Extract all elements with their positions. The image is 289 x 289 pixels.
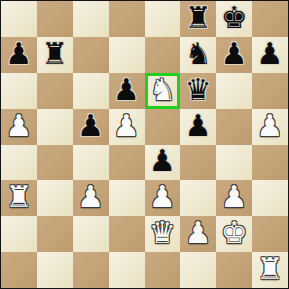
square-a1[interactable] (1, 252, 37, 288)
square-e8[interactable] (145, 1, 181, 37)
square-d4[interactable] (109, 145, 145, 181)
square-f6[interactable]: ♛ (180, 73, 216, 109)
black-knight[interactable]: ♞ (185, 39, 212, 69)
square-e7[interactable] (145, 37, 181, 73)
square-h7[interactable]: ♟ (252, 37, 288, 73)
white-pawn[interactable]: ♟ (77, 182, 104, 212)
square-h1[interactable]: ♜ (252, 252, 288, 288)
square-e5[interactable] (145, 109, 181, 145)
white-queen[interactable]: ♛ (149, 218, 176, 248)
square-h8[interactable] (252, 1, 288, 37)
black-pawn[interactable]: ♟ (185, 111, 212, 141)
square-f4[interactable] (180, 145, 216, 181)
square-f3[interactable] (180, 180, 216, 216)
square-e1[interactable] (145, 252, 181, 288)
black-pawn[interactable]: ♟ (113, 75, 140, 105)
square-g5[interactable] (216, 109, 252, 145)
square-d1[interactable] (109, 252, 145, 288)
black-pawn[interactable]: ♟ (149, 146, 176, 176)
black-pawn[interactable]: ♟ (5, 39, 32, 69)
square-g3[interactable]: ♟ (216, 180, 252, 216)
white-king[interactable]: ♚ (221, 218, 248, 248)
square-c3[interactable]: ♟ (73, 180, 109, 216)
white-rook[interactable]: ♜ (257, 254, 284, 284)
chess-board-frame: ♜♚♟♜♞♟♟♟♞♛♟♟♟♟♟♟♜♟♟♟♛♟♚♜ (0, 0, 289, 289)
square-d7[interactable] (109, 37, 145, 73)
square-d3[interactable] (109, 180, 145, 216)
square-f1[interactable] (180, 252, 216, 288)
square-b8[interactable] (37, 1, 73, 37)
white-rook[interactable]: ♜ (5, 182, 32, 212)
square-b6[interactable] (37, 73, 73, 109)
white-pawn[interactable]: ♟ (185, 218, 212, 248)
square-c1[interactable] (73, 252, 109, 288)
square-g7[interactable]: ♟ (216, 37, 252, 73)
square-d8[interactable] (109, 1, 145, 37)
square-d6[interactable]: ♟ (109, 73, 145, 109)
square-b5[interactable] (37, 109, 73, 145)
white-pawn[interactable]: ♟ (149, 182, 176, 212)
square-h3[interactable] (252, 180, 288, 216)
square-a8[interactable] (1, 1, 37, 37)
white-pawn[interactable]: ♟ (257, 111, 284, 141)
square-g4[interactable] (216, 145, 252, 181)
square-f8[interactable]: ♜ (180, 1, 216, 37)
square-e3[interactable]: ♟ (145, 180, 181, 216)
square-d2[interactable] (109, 216, 145, 252)
square-f2[interactable]: ♟ (180, 216, 216, 252)
black-pawn[interactable]: ♟ (221, 39, 248, 69)
square-e4[interactable]: ♟ (145, 145, 181, 181)
square-g6[interactable] (216, 73, 252, 109)
black-king[interactable]: ♚ (221, 3, 248, 33)
square-b1[interactable] (37, 252, 73, 288)
square-a5[interactable]: ♟ (1, 109, 37, 145)
square-a3[interactable]: ♜ (1, 180, 37, 216)
square-h6[interactable] (252, 73, 288, 109)
square-h5[interactable]: ♟ (252, 109, 288, 145)
square-c2[interactable] (73, 216, 109, 252)
square-c5[interactable]: ♟ (73, 109, 109, 145)
square-h4[interactable] (252, 145, 288, 181)
square-b3[interactable] (37, 180, 73, 216)
square-a6[interactable] (1, 73, 37, 109)
white-pawn[interactable]: ♟ (221, 182, 248, 212)
black-rook[interactable]: ♜ (41, 39, 68, 69)
black-pawn[interactable]: ♟ (77, 111, 104, 141)
square-c7[interactable] (73, 37, 109, 73)
black-pawn[interactable]: ♟ (257, 39, 284, 69)
square-f5[interactable]: ♟ (180, 109, 216, 145)
white-knight[interactable]: ♞ (149, 75, 176, 105)
square-f7[interactable]: ♞ (180, 37, 216, 73)
square-c4[interactable] (73, 145, 109, 181)
square-a7[interactable]: ♟ (1, 37, 37, 73)
square-e6[interactable]: ♞ (145, 73, 181, 109)
square-a4[interactable] (1, 145, 37, 181)
square-c6[interactable] (73, 73, 109, 109)
square-g1[interactable] (216, 252, 252, 288)
square-g8[interactable]: ♚ (216, 1, 252, 37)
chess-board: ♜♚♟♜♞♟♟♟♞♛♟♟♟♟♟♟♜♟♟♟♛♟♚♜ (1, 1, 288, 288)
black-rook[interactable]: ♜ (185, 3, 212, 33)
square-d5[interactable]: ♟ (109, 109, 145, 145)
square-a2[interactable] (1, 216, 37, 252)
square-b4[interactable] (37, 145, 73, 181)
white-pawn[interactable]: ♟ (5, 111, 32, 141)
square-b7[interactable]: ♜ (37, 37, 73, 73)
square-c8[interactable] (73, 1, 109, 37)
white-pawn[interactable]: ♟ (113, 111, 140, 141)
square-b2[interactable] (37, 216, 73, 252)
square-g2[interactable]: ♚ (216, 216, 252, 252)
square-e2[interactable]: ♛ (145, 216, 181, 252)
black-queen[interactable]: ♛ (185, 75, 212, 105)
square-h2[interactable] (252, 216, 288, 252)
